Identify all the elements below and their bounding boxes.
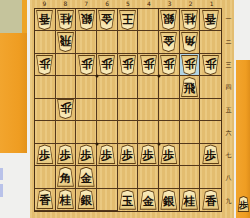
board-square[interactable] — [118, 121, 139, 143]
shogi-piece-sente[interactable]: 飛 — [180, 77, 199, 97]
piece-kanji: 歩 — [77, 55, 96, 75]
shogi-piece-gote[interactable]: 歩 — [180, 55, 199, 75]
shogi-piece-gote[interactable]: 歩 — [139, 55, 158, 75]
piece-kanji: 歩 — [201, 55, 220, 75]
piece-kanji: 香 — [35, 10, 54, 30]
board-square[interactable] — [138, 76, 159, 98]
board-square[interactable] — [97, 166, 118, 188]
board-square[interactable] — [138, 166, 159, 188]
rank-label: 七 — [223, 144, 234, 167]
board-square[interactable]: 桂 — [56, 9, 77, 31]
board-square[interactable] — [76, 76, 97, 98]
piece-kanji: 歩 — [35, 144, 54, 164]
board-square[interactable]: 歩 — [56, 144, 77, 166]
board-square[interactable]: 歩 — [76, 144, 97, 166]
hoshi-dot — [96, 142, 99, 145]
shogi-piece-gote[interactable]: 飛 — [56, 32, 75, 52]
piece-kanji: 歩 — [139, 144, 158, 164]
shogi-piece-sente[interactable]: 金 — [139, 190, 158, 210]
piece-kanji: 歩 — [180, 55, 199, 75]
board-square[interactable] — [56, 121, 77, 143]
shogi-piece-sente[interactable]: 玉 — [118, 190, 137, 210]
board-square[interactable] — [76, 121, 97, 143]
shogi-piece-sente[interactable]: 香 — [201, 190, 220, 210]
shogi-piece-sente[interactable]: 歩 — [159, 144, 178, 164]
board-square[interactable] — [97, 99, 118, 121]
piece-kanji: 歩 — [56, 144, 75, 164]
piece-kanji: 歩 — [237, 196, 250, 212]
board-square[interactable] — [180, 121, 201, 143]
board-square[interactable]: 飛 — [56, 31, 77, 53]
shogi-piece-sente[interactable]: 歩 — [35, 144, 54, 164]
ui-fragment — [0, 168, 3, 180]
shogi-piece-sente[interactable]: 香 — [35, 189, 54, 209]
rank-label: 六 — [223, 121, 234, 144]
file-label: 7 — [76, 0, 97, 8]
piece-kanji: 歩 — [97, 144, 116, 164]
shogi-piece-gote[interactable]: 歩 — [159, 55, 178, 75]
board-square[interactable]: 桂 — [180, 189, 201, 211]
shogi-piece-gote[interactable]: 角 — [180, 32, 199, 52]
piece-kanji: 歩 — [118, 55, 137, 75]
hoshi-dot — [158, 75, 161, 78]
board-square[interactable]: 角 — [56, 166, 77, 188]
piece-kanji: 桂 — [180, 10, 199, 30]
file-label: 9 — [34, 0, 55, 8]
piece-kanji: 歩 — [35, 55, 54, 75]
board-square[interactable]: 銀 — [76, 189, 97, 211]
board-square[interactable] — [180, 99, 201, 121]
file-label: 6 — [97, 0, 118, 8]
piece-kanji: 飛 — [56, 32, 75, 52]
board-square[interactable] — [200, 31, 221, 53]
sente-hand-pawn[interactable]: 歩 — [237, 196, 250, 212]
board-square[interactable] — [118, 31, 139, 53]
board-square[interactable] — [200, 166, 221, 188]
file-label: 5 — [118, 0, 139, 8]
rank-labels: 一二三四五六七八九 — [223, 8, 234, 212]
piece-kanji: 歩 — [139, 55, 158, 75]
board-square[interactable] — [159, 121, 180, 143]
shogi-piece-gote[interactable]: 桂 — [180, 10, 199, 30]
shogi-piece-gote[interactable]: 香 — [201, 10, 220, 30]
board-square[interactable]: 桂 — [180, 9, 201, 31]
board-square[interactable]: 歩 — [159, 144, 180, 166]
board-square[interactable] — [180, 144, 201, 166]
piece-kanji: 歩 — [201, 144, 220, 164]
board-square[interactable] — [35, 99, 56, 121]
file-label: 4 — [138, 0, 159, 8]
piece-kanji: 香 — [201, 190, 220, 210]
board-square[interactable] — [159, 166, 180, 188]
board-square[interactable]: 歩 — [118, 54, 139, 76]
shogi-piece-sente[interactable]: 角 — [56, 167, 75, 187]
ui-fragment — [0, 184, 3, 197]
board-square[interactable]: 歩 — [159, 54, 180, 76]
piece-kanji: 香 — [35, 189, 54, 209]
shogi-piece-sente[interactable]: 金 — [77, 167, 96, 187]
shogi-piece-sente[interactable]: 銀 — [77, 189, 96, 209]
board-square[interactable]: 歩 — [138, 144, 159, 166]
board-square[interactable]: 角 — [180, 31, 201, 53]
shogi-piece-sente[interactable]: 銀 — [159, 190, 178, 210]
rank-label: 九 — [223, 189, 234, 212]
board-square[interactable] — [97, 76, 118, 98]
rank-label: 三 — [223, 53, 234, 76]
komadai-edge — [22, 0, 27, 33]
board-square[interactable] — [138, 121, 159, 143]
board-square[interactable]: 歩 — [97, 54, 118, 76]
piece-kanji: 歩 — [56, 99, 75, 119]
board-square[interactable] — [35, 121, 56, 143]
file-label: 3 — [159, 0, 180, 8]
shogi-board: 987654321 一二三四五六七八九 香桂銀金王銀桂香飛金角歩歩歩歩歩歩歩歩飛… — [30, 0, 234, 218]
shogi-piece-gote[interactable]: 歩 — [56, 99, 75, 119]
shogi-piece-gote[interactable]: 銀 — [159, 10, 178, 30]
board-square[interactable]: 歩 — [118, 144, 139, 166]
board-square[interactable] — [118, 166, 139, 188]
piece-kanji: 歩 — [159, 55, 178, 75]
board-square[interactable]: 金 — [76, 166, 97, 188]
piece-kanji: 桂 — [56, 189, 75, 209]
board-square[interactable] — [35, 31, 56, 53]
background-corner — [0, 0, 22, 33]
file-labels: 987654321 — [34, 0, 222, 8]
piece-kanji: 桂 — [56, 10, 75, 30]
piece-kanji: 歩 — [97, 55, 116, 75]
board-square[interactable] — [118, 76, 139, 98]
board-square[interactable] — [97, 189, 118, 211]
board-square[interactable] — [180, 166, 201, 188]
board-square[interactable] — [35, 76, 56, 98]
shogi-piece-gote[interactable]: 歩 — [118, 55, 137, 75]
board-square[interactable]: 玉 — [118, 189, 139, 211]
piece-kanji: 銀 — [77, 189, 96, 209]
shogi-piece-sente[interactable]: 歩 — [118, 144, 137, 164]
shogi-piece-sente[interactable]: 歩 — [56, 144, 75, 164]
file-label: 2 — [180, 0, 201, 8]
shogi-piece-gote[interactable]: 金 — [159, 32, 178, 52]
board-square[interactable] — [138, 99, 159, 121]
rank-label: 五 — [223, 99, 234, 122]
piece-kanji: 歩 — [118, 144, 137, 164]
shogi-piece-gote[interactable]: 王 — [118, 10, 137, 30]
piece-kanji: 飛 — [180, 77, 199, 97]
rank-label: 二 — [223, 31, 234, 54]
file-label: 1 — [201, 0, 222, 8]
board-square[interactable]: 銀 — [159, 9, 180, 31]
shogi-piece-gote[interactable]: 香 — [35, 10, 54, 30]
shogi-piece-gote[interactable]: 歩 — [77, 55, 96, 75]
board-square[interactable] — [200, 99, 221, 121]
shogi-piece-sente[interactable]: 歩 — [97, 144, 116, 164]
board-square[interactable]: 香 — [35, 189, 56, 211]
hoshi-dot — [96, 75, 99, 78]
shogi-piece-gote[interactable]: 歩 — [97, 55, 116, 75]
board-square[interactable] — [76, 31, 97, 53]
file-label: 8 — [55, 0, 76, 8]
board-square[interactable]: 歩 — [97, 144, 118, 166]
board-square[interactable]: 歩 — [138, 54, 159, 76]
board-square[interactable]: 歩 — [200, 144, 221, 166]
board-square[interactable] — [97, 31, 118, 53]
piece-kanji: 金 — [159, 32, 178, 52]
shogi-piece-gote[interactable]: 金 — [97, 10, 116, 30]
rank-label: 八 — [223, 167, 234, 190]
shogi-piece-gote[interactable]: 桂 — [56, 10, 75, 30]
piece-kanji: 歩 — [159, 144, 178, 164]
shogi-piece-sente[interactable]: 桂 — [180, 190, 199, 210]
board-square[interactable] — [138, 9, 159, 31]
board-square[interactable]: 香 — [35, 9, 56, 31]
board-square[interactable]: 金 — [138, 189, 159, 211]
board-square[interactable]: 王 — [118, 9, 139, 31]
shogi-piece-gote[interactable]: 歩 — [201, 55, 220, 75]
board-square[interactable]: 歩 — [35, 54, 56, 76]
board-square[interactable] — [76, 99, 97, 121]
piece-kanji: 角 — [56, 167, 75, 187]
piece-kanji: 銀 — [77, 10, 96, 30]
board-square[interactable] — [97, 121, 118, 143]
board-square[interactable]: 歩 — [76, 54, 97, 76]
gote-komadai[interactable] — [0, 33, 27, 153]
board-square[interactable]: 歩 — [56, 99, 77, 121]
piece-kanji: 香 — [201, 10, 220, 30]
board-square[interactable]: 桂 — [56, 189, 77, 211]
board-square[interactable]: 銀 — [159, 189, 180, 211]
piece-kanji: 歩 — [77, 144, 96, 164]
piece-kanji: 王 — [118, 10, 137, 30]
piece-kanji: 金 — [77, 167, 96, 187]
shogi-piece-gote[interactable]: 歩 — [35, 55, 54, 75]
board-square[interactable] — [159, 99, 180, 121]
board-square[interactable] — [200, 121, 221, 143]
shogi-piece-sente[interactable]: 桂 — [56, 189, 75, 209]
board-square[interactable] — [159, 76, 180, 98]
piece-kanji: 金 — [139, 190, 158, 210]
piece-kanji: 銀 — [159, 10, 178, 30]
board-square[interactable]: 銀 — [76, 9, 97, 31]
sente-komadai[interactable] — [236, 60, 250, 218]
board-square[interactable] — [35, 166, 56, 188]
shogi-app: 987654321 一二三四五六七八九 香桂銀金王銀桂香飛金角歩歩歩歩歩歩歩歩飛… — [0, 0, 250, 218]
board-square[interactable]: 香 — [200, 189, 221, 211]
board-square[interactable]: 金 — [97, 9, 118, 31]
rank-label: 四 — [223, 76, 234, 99]
board-square[interactable]: 歩 — [35, 144, 56, 166]
board-square[interactable] — [138, 31, 159, 53]
piece-kanji: 金 — [97, 10, 116, 30]
hoshi-dot — [158, 142, 161, 145]
piece-kanji: 角 — [180, 32, 199, 52]
board-square[interactable] — [56, 76, 77, 98]
piece-kanji: 桂 — [180, 190, 199, 210]
shogi-piece-sente[interactable]: 歩 — [139, 144, 158, 164]
board-grid: 香桂銀金王銀桂香飛金角歩歩歩歩歩歩歩歩飛歩歩歩歩歩歩歩歩歩角金香桂銀玉金銀桂香 — [34, 8, 222, 212]
shogi-piece-sente[interactable]: 歩 — [201, 144, 220, 164]
piece-kanji: 玉 — [118, 190, 137, 210]
rank-label: 一 — [223, 8, 234, 31]
piece-kanji: 銀 — [159, 190, 178, 210]
board-square[interactable]: 歩 — [200, 54, 221, 76]
board-square[interactable]: 香 — [200, 9, 221, 31]
board-square[interactable]: 飛 — [180, 76, 201, 98]
board-square[interactable]: 金 — [159, 31, 180, 53]
board-square[interactable] — [56, 54, 77, 76]
shogi-piece-gote[interactable]: 銀 — [77, 10, 96, 30]
board-square[interactable]: 歩 — [180, 54, 201, 76]
board-square[interactable] — [118, 99, 139, 121]
board-square[interactable] — [200, 76, 221, 98]
shogi-piece-sente[interactable]: 歩 — [77, 144, 96, 164]
